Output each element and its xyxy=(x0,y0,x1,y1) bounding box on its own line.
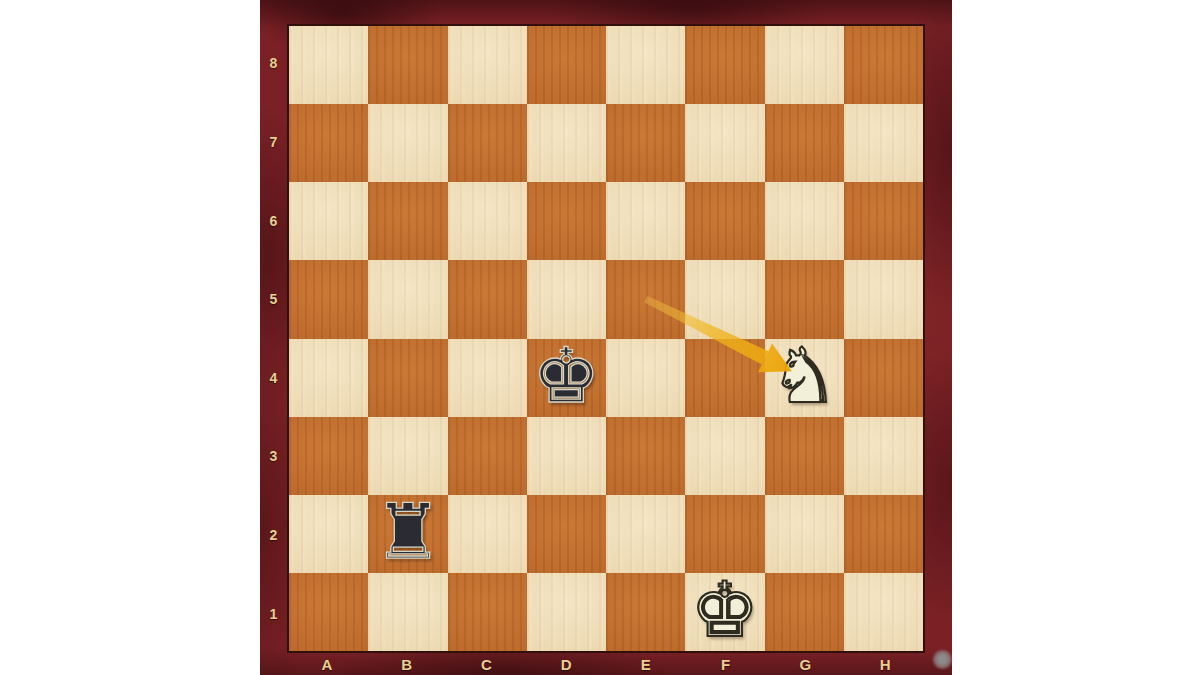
file-label-f: F xyxy=(686,653,766,675)
square-d7[interactable] xyxy=(527,104,606,182)
rank-labels: 87654321 xyxy=(260,24,287,653)
square-f7[interactable] xyxy=(685,104,764,182)
square-h6[interactable] xyxy=(844,182,923,260)
square-f3[interactable] xyxy=(685,417,764,495)
square-b2[interactable]: ♜ xyxy=(368,495,447,573)
square-d4[interactable]: ♚ xyxy=(527,339,606,417)
rank-label-5: 5 xyxy=(260,260,287,339)
square-b1[interactable] xyxy=(368,573,447,651)
square-g2[interactable] xyxy=(765,495,844,573)
square-a3[interactable] xyxy=(289,417,368,495)
file-label-e: E xyxy=(606,653,686,675)
square-h2[interactable] xyxy=(844,495,923,573)
square-h4[interactable] xyxy=(844,339,923,417)
square-g7[interactable] xyxy=(765,104,844,182)
rank-label-4: 4 xyxy=(260,339,287,418)
file-label-d: D xyxy=(526,653,606,675)
rank-label-2: 2 xyxy=(260,496,287,575)
chess-board: 87654321 ♚♞♜♚ ABCDEFGH xyxy=(260,0,952,675)
file-label-h: H xyxy=(845,653,925,675)
square-d1[interactable] xyxy=(527,573,606,651)
video-frame: 87654321 ♚♞♜♚ ABCDEFGH xyxy=(0,0,1200,675)
square-e4[interactable] xyxy=(606,339,685,417)
square-d5[interactable] xyxy=(527,260,606,338)
square-h8[interactable] xyxy=(844,26,923,104)
square-h5[interactable] xyxy=(844,260,923,338)
square-c8[interactable] xyxy=(448,26,527,104)
square-f4[interactable] xyxy=(685,339,764,417)
square-a1[interactable] xyxy=(289,573,368,651)
square-e8[interactable] xyxy=(606,26,685,104)
rank-label-8: 8 xyxy=(260,24,287,103)
square-f1[interactable]: ♚ xyxy=(685,573,764,651)
piece-white-king-f1[interactable]: ♚ xyxy=(691,572,759,648)
square-d6[interactable] xyxy=(527,182,606,260)
square-f6[interactable] xyxy=(685,182,764,260)
square-g6[interactable] xyxy=(765,182,844,260)
square-a4[interactable] xyxy=(289,339,368,417)
square-e7[interactable] xyxy=(606,104,685,182)
file-label-c: C xyxy=(447,653,527,675)
square-a6[interactable] xyxy=(289,182,368,260)
file-labels: ABCDEFGH xyxy=(287,653,925,675)
board-squares: ♚♞♜♚ xyxy=(287,24,925,653)
square-h3[interactable] xyxy=(844,417,923,495)
square-g1[interactable] xyxy=(765,573,844,651)
square-c7[interactable] xyxy=(448,104,527,182)
square-g8[interactable] xyxy=(765,26,844,104)
square-g5[interactable] xyxy=(765,260,844,338)
square-e6[interactable] xyxy=(606,182,685,260)
square-c4[interactable] xyxy=(448,339,527,417)
square-e1[interactable] xyxy=(606,573,685,651)
square-c1[interactable] xyxy=(448,573,527,651)
square-e3[interactable] xyxy=(606,417,685,495)
file-label-a: A xyxy=(287,653,367,675)
square-a5[interactable] xyxy=(289,260,368,338)
square-a2[interactable] xyxy=(289,495,368,573)
square-f2[interactable] xyxy=(685,495,764,573)
file-label-g: G xyxy=(766,653,846,675)
rank-label-6: 6 xyxy=(260,181,287,260)
square-e2[interactable] xyxy=(606,495,685,573)
square-f5[interactable] xyxy=(685,260,764,338)
rank-label-3: 3 xyxy=(260,417,287,496)
square-d8[interactable] xyxy=(527,26,606,104)
rank-label-7: 7 xyxy=(260,103,287,182)
square-a7[interactable] xyxy=(289,104,368,182)
square-b5[interactable] xyxy=(368,260,447,338)
square-d3[interactable] xyxy=(527,417,606,495)
square-d2[interactable] xyxy=(527,495,606,573)
square-b8[interactable] xyxy=(368,26,447,104)
square-c2[interactable] xyxy=(448,495,527,573)
square-g3[interactable] xyxy=(765,417,844,495)
square-b7[interactable] xyxy=(368,104,447,182)
square-g4[interactable]: ♞ xyxy=(765,339,844,417)
square-c6[interactable] xyxy=(448,182,527,260)
piece-black-rook-b2[interactable]: ♜ xyxy=(374,494,442,570)
square-c5[interactable] xyxy=(448,260,527,338)
square-h1[interactable] xyxy=(844,573,923,651)
square-h7[interactable] xyxy=(844,104,923,182)
rank-label-1: 1 xyxy=(260,574,287,653)
square-c3[interactable] xyxy=(448,417,527,495)
corner-dot xyxy=(933,650,952,669)
square-a8[interactable] xyxy=(289,26,368,104)
square-b6[interactable] xyxy=(368,182,447,260)
piece-black-king-d4[interactable]: ♚ xyxy=(532,338,600,414)
square-b4[interactable] xyxy=(368,339,447,417)
piece-white-knight-g4[interactable]: ♞ xyxy=(770,338,838,414)
square-b3[interactable] xyxy=(368,417,447,495)
square-f8[interactable] xyxy=(685,26,764,104)
square-e5[interactable] xyxy=(606,260,685,338)
file-label-b: B xyxy=(367,653,447,675)
